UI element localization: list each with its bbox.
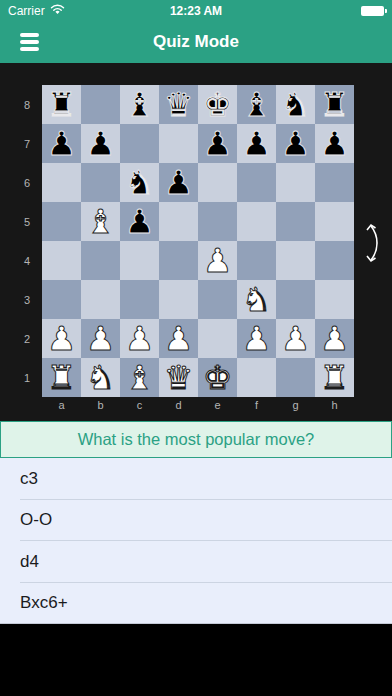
white-pawn: ♟ bbox=[320, 319, 350, 358]
white-pawn: ♟ bbox=[125, 319, 155, 358]
black-pawn: ♟ bbox=[320, 124, 350, 163]
hamburger-menu-icon[interactable] bbox=[20, 29, 46, 55]
square-g8: ♞ bbox=[276, 85, 315, 124]
square-e2 bbox=[198, 319, 237, 358]
black-pawn: ♟ bbox=[125, 202, 155, 241]
white-rook: ♜ bbox=[320, 358, 350, 397]
square-f6 bbox=[237, 163, 276, 202]
square-e1: ♚ bbox=[198, 358, 237, 397]
answer-row-c3[interactable]: c3 bbox=[0, 458, 392, 500]
flip-board-icon[interactable] bbox=[360, 215, 386, 271]
quiz-question-bar: What is the most popular move? bbox=[0, 421, 392, 458]
rank-label-4: 4 bbox=[18, 241, 36, 280]
square-e5 bbox=[198, 202, 237, 241]
square-g7: ♟ bbox=[276, 124, 315, 163]
white-pawn: ♟ bbox=[47, 319, 77, 358]
answer-label: c3 bbox=[20, 469, 38, 489]
black-pawn: ♟ bbox=[86, 124, 116, 163]
file-label-d: d bbox=[159, 399, 198, 411]
square-a3 bbox=[42, 280, 81, 319]
square-f4 bbox=[237, 241, 276, 280]
file-label-e: e bbox=[198, 399, 237, 411]
square-h3 bbox=[315, 280, 354, 319]
square-h7: ♟ bbox=[315, 124, 354, 163]
square-e7: ♟ bbox=[198, 124, 237, 163]
battery-icon bbox=[361, 6, 384, 16]
square-g5 bbox=[276, 202, 315, 241]
black-pawn: ♟ bbox=[47, 124, 77, 163]
answer-label: O-O bbox=[20, 510, 52, 530]
rank-label-1: 1 bbox=[18, 358, 36, 397]
white-pawn: ♟ bbox=[281, 319, 311, 358]
square-c3 bbox=[120, 280, 159, 319]
square-c5: ♟ bbox=[120, 202, 159, 241]
white-knight: ♞ bbox=[86, 358, 116, 397]
black-pawn: ♟ bbox=[242, 124, 272, 163]
file-label-a: a bbox=[42, 399, 81, 411]
square-g2: ♟ bbox=[276, 319, 315, 358]
square-h4 bbox=[315, 241, 354, 280]
black-knight: ♞ bbox=[281, 85, 311, 124]
rank-label-7: 7 bbox=[18, 124, 36, 163]
square-f3: ♞ bbox=[237, 280, 276, 319]
white-king: ♚ bbox=[203, 358, 233, 397]
square-c7 bbox=[120, 124, 159, 163]
answer-label: d4 bbox=[20, 552, 39, 572]
square-b4 bbox=[81, 241, 120, 280]
white-pawn: ♟ bbox=[86, 319, 116, 358]
rank-labels: 87654321 bbox=[18, 85, 36, 397]
black-pawn: ♟ bbox=[203, 124, 233, 163]
file-label-c: c bbox=[120, 399, 159, 411]
square-e3 bbox=[198, 280, 237, 319]
status-bar: Carrier 12:23 AM bbox=[0, 0, 392, 21]
square-h8: ♜ bbox=[315, 85, 354, 124]
answer-row-oo[interactable]: O-O bbox=[0, 500, 392, 542]
square-g4 bbox=[276, 241, 315, 280]
white-pawn: ♟ bbox=[203, 241, 233, 280]
square-b3 bbox=[81, 280, 120, 319]
square-b6 bbox=[81, 163, 120, 202]
square-a4 bbox=[42, 241, 81, 280]
square-b1: ♞ bbox=[81, 358, 120, 397]
black-rook: ♜ bbox=[47, 85, 77, 124]
square-d5 bbox=[159, 202, 198, 241]
square-f8: ♝ bbox=[237, 85, 276, 124]
square-d7 bbox=[159, 124, 198, 163]
white-bishop: ♝ bbox=[86, 202, 116, 241]
rank-label-2: 2 bbox=[18, 319, 36, 358]
square-d3 bbox=[159, 280, 198, 319]
app-header: Carrier 12:23 AM Quiz Mode bbox=[0, 0, 392, 63]
square-a7: ♟ bbox=[42, 124, 81, 163]
status-time: 12:23 AM bbox=[128, 4, 264, 18]
square-d1: ♛ bbox=[159, 358, 198, 397]
square-c4 bbox=[120, 241, 159, 280]
answer-row-bxc6[interactable]: Bxc6+ bbox=[0, 583, 392, 625]
rank-label-6: 6 bbox=[18, 163, 36, 202]
answer-row-d4[interactable]: d4 bbox=[0, 541, 392, 583]
file-label-b: b bbox=[81, 399, 120, 411]
square-c8: ♝ bbox=[120, 85, 159, 124]
file-labels: abcdefgh bbox=[42, 399, 354, 411]
square-g1 bbox=[276, 358, 315, 397]
square-c1: ♝ bbox=[120, 358, 159, 397]
rank-label-5: 5 bbox=[18, 202, 36, 241]
wifi-icon bbox=[50, 4, 65, 18]
square-a2: ♟ bbox=[42, 319, 81, 358]
quiz-answer-list: c3O-Od4Bxc6+ bbox=[0, 458, 392, 624]
black-pawn: ♟ bbox=[164, 163, 194, 202]
square-h5 bbox=[315, 202, 354, 241]
rank-label-8: 8 bbox=[18, 85, 36, 124]
black-king: ♚ bbox=[203, 85, 233, 124]
square-f7: ♟ bbox=[237, 124, 276, 163]
carrier-label: Carrier bbox=[8, 4, 45, 18]
black-bishop: ♝ bbox=[242, 85, 272, 124]
square-e4: ♟ bbox=[198, 241, 237, 280]
chess-board: ♜♝♛♚♝♞♜♟♟♟♟♟♟♞♟♝♟♟♞♟♟♟♟♟♟♟♜♞♝♛♚♜ bbox=[42, 85, 354, 397]
black-queen: ♛ bbox=[164, 85, 194, 124]
file-label-f: f bbox=[237, 399, 276, 411]
square-a1: ♜ bbox=[42, 358, 81, 397]
white-pawn: ♟ bbox=[242, 319, 272, 358]
square-h6 bbox=[315, 163, 354, 202]
square-e6 bbox=[198, 163, 237, 202]
square-b2: ♟ bbox=[81, 319, 120, 358]
chess-board-section: 87654321 ♜♝♛♚♝♞♜♟♟♟♟♟♟♞♟♝♟♟♞♟♟♟♟♟♟♟♜♞♝♛♚… bbox=[0, 63, 392, 421]
square-a8: ♜ bbox=[42, 85, 81, 124]
square-b7: ♟ bbox=[81, 124, 120, 163]
black-rook: ♜ bbox=[320, 85, 350, 124]
bottom-bar bbox=[0, 624, 392, 696]
rank-label-3: 3 bbox=[18, 280, 36, 319]
square-f1 bbox=[237, 358, 276, 397]
black-pawn: ♟ bbox=[281, 124, 311, 163]
page-title: Quiz Mode bbox=[0, 32, 392, 52]
quiz-question-text: What is the most popular move? bbox=[78, 430, 315, 449]
square-d4 bbox=[159, 241, 198, 280]
white-bishop: ♝ bbox=[125, 358, 155, 397]
square-a5 bbox=[42, 202, 81, 241]
square-g3 bbox=[276, 280, 315, 319]
square-g6 bbox=[276, 163, 315, 202]
square-a6 bbox=[42, 163, 81, 202]
answer-label: Bxc6+ bbox=[20, 593, 68, 613]
square-d2: ♟ bbox=[159, 319, 198, 358]
square-b5: ♝ bbox=[81, 202, 120, 241]
file-label-h: h bbox=[315, 399, 354, 411]
square-c6: ♞ bbox=[120, 163, 159, 202]
square-h1: ♜ bbox=[315, 358, 354, 397]
square-b8 bbox=[81, 85, 120, 124]
square-h2: ♟ bbox=[315, 319, 354, 358]
square-d6: ♟ bbox=[159, 163, 198, 202]
white-queen: ♛ bbox=[164, 358, 194, 397]
square-f5 bbox=[237, 202, 276, 241]
square-c2: ♟ bbox=[120, 319, 159, 358]
square-d8: ♛ bbox=[159, 85, 198, 124]
black-knight: ♞ bbox=[125, 163, 155, 202]
square-e8: ♚ bbox=[198, 85, 237, 124]
black-bishop: ♝ bbox=[125, 85, 155, 124]
white-knight: ♞ bbox=[242, 280, 272, 319]
white-pawn: ♟ bbox=[164, 319, 194, 358]
file-label-g: g bbox=[276, 399, 315, 411]
square-f2: ♟ bbox=[237, 319, 276, 358]
nav-bar: Quiz Mode bbox=[0, 21, 392, 63]
white-rook: ♜ bbox=[47, 358, 77, 397]
